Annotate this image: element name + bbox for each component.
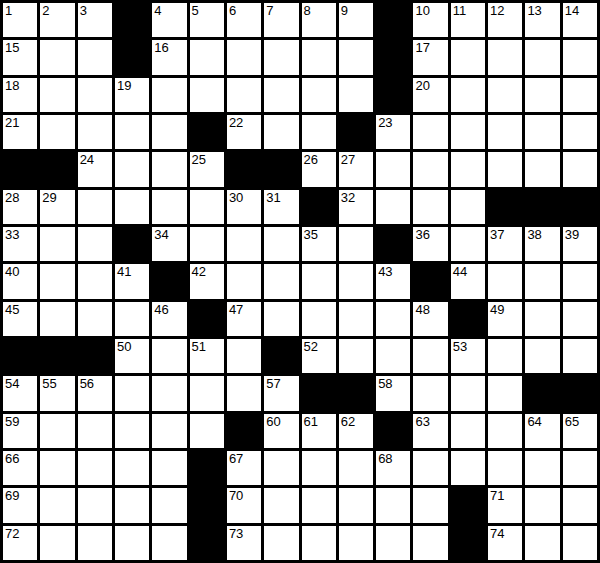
clue-number: 35 xyxy=(304,227,318,242)
cell-r2-c2[interactable] xyxy=(78,78,112,112)
cell-r12-c15[interactable] xyxy=(563,451,597,485)
cell-r9-c11[interactable] xyxy=(413,339,447,373)
clue-number: 17 xyxy=(415,40,429,55)
block-cell-r4-c0 xyxy=(3,152,37,186)
cell-r10-c10[interactable]: 58 xyxy=(376,376,410,410)
cell-r9-c4[interactable] xyxy=(152,339,186,373)
cell-r12-c8[interactable] xyxy=(302,451,336,485)
block-cell-r0-c10 xyxy=(376,3,410,37)
cell-r5-c10[interactable] xyxy=(376,190,410,224)
block-cell-r5-c8 xyxy=(302,190,336,224)
cell-r2-c7[interactable] xyxy=(264,78,298,112)
cell-r4-c4[interactable] xyxy=(152,152,186,186)
cell-r11-c15[interactable]: 65 xyxy=(563,414,597,448)
cell-r3-c11[interactable] xyxy=(413,115,447,149)
cell-r2-c4[interactable] xyxy=(152,78,186,112)
cell-r14-c8[interactable] xyxy=(302,526,336,560)
block-cell-r12-c5 xyxy=(190,451,224,485)
cell-r2-c14[interactable] xyxy=(525,78,559,112)
clue-number: 12 xyxy=(490,3,504,18)
cell-r2-c3[interactable]: 19 xyxy=(115,78,149,112)
cell-r11-c3[interactable] xyxy=(115,414,149,448)
cell-r4-c3[interactable] xyxy=(115,152,149,186)
cell-r12-c12[interactable] xyxy=(451,451,485,485)
cell-r13-c7[interactable] xyxy=(264,488,298,522)
cell-r1-c11[interactable]: 17 xyxy=(413,40,447,74)
cell-r7-c3[interactable]: 41 xyxy=(115,264,149,298)
cell-r5-c6[interactable]: 30 xyxy=(227,190,261,224)
cell-r0-c2[interactable]: 3 xyxy=(78,3,112,37)
cell-r8-c9[interactable] xyxy=(339,302,373,336)
clue-number: 31 xyxy=(266,190,280,205)
cell-r11-c0[interactable]: 59 xyxy=(3,414,37,448)
clue-number: 61 xyxy=(304,414,318,429)
cell-r8-c11[interactable]: 48 xyxy=(413,302,447,336)
clue-number: 25 xyxy=(192,152,206,167)
clue-number: 36 xyxy=(415,227,429,242)
block-cell-r6-c10 xyxy=(376,227,410,261)
cell-r0-c12[interactable]: 11 xyxy=(451,3,485,37)
cell-r14-c4[interactable] xyxy=(152,526,186,560)
cell-r12-c11[interactable] xyxy=(413,451,447,485)
cell-r0-c15[interactable]: 14 xyxy=(563,3,597,37)
block-cell-r2-c10 xyxy=(376,78,410,112)
cell-r5-c2[interactable] xyxy=(78,190,112,224)
cell-r13-c9[interactable] xyxy=(339,488,373,522)
cell-r10-c3[interactable] xyxy=(115,376,149,410)
clue-number: 9 xyxy=(341,3,348,18)
block-cell-r8-c5 xyxy=(190,302,224,336)
cell-r5-c1[interactable]: 29 xyxy=(40,190,74,224)
cell-r14-c7[interactable] xyxy=(264,526,298,560)
clue-number: 51 xyxy=(192,339,206,354)
cell-r9-c6[interactable] xyxy=(227,339,261,373)
cell-r2-c1[interactable] xyxy=(40,78,74,112)
cell-r12-c0[interactable]: 66 xyxy=(3,451,37,485)
cell-r9-c10[interactable] xyxy=(376,339,410,373)
cell-r6-c15[interactable]: 39 xyxy=(563,227,597,261)
cell-r12-c1[interactable] xyxy=(40,451,74,485)
block-cell-r5-c13 xyxy=(488,190,522,224)
cell-r0-c9[interactable]: 9 xyxy=(339,3,373,37)
cell-r10-c2[interactable]: 56 xyxy=(78,376,112,410)
cell-r12-c10[interactable]: 68 xyxy=(376,451,410,485)
cell-r6-c11[interactable]: 36 xyxy=(413,227,447,261)
cell-r12-c14[interactable] xyxy=(525,451,559,485)
cell-r3-c3[interactable] xyxy=(115,115,149,149)
cell-r8-c6[interactable]: 47 xyxy=(227,302,261,336)
cell-r1-c13[interactable] xyxy=(488,40,522,74)
cell-r6-c4[interactable]: 34 xyxy=(152,227,186,261)
cell-r7-c15[interactable] xyxy=(563,264,597,298)
cell-r8-c4[interactable]: 46 xyxy=(152,302,186,336)
cell-r9-c5[interactable]: 51 xyxy=(190,339,224,373)
cell-r1-c4[interactable]: 16 xyxy=(152,40,186,74)
cell-r13-c11[interactable] xyxy=(413,488,447,522)
cell-r0-c6[interactable]: 6 xyxy=(227,3,261,37)
clue-number: 13 xyxy=(527,3,541,18)
cell-r11-c4[interactable] xyxy=(152,414,186,448)
clue-number: 63 xyxy=(415,414,429,429)
cell-r7-c1[interactable] xyxy=(40,264,74,298)
cell-r3-c15[interactable] xyxy=(563,115,597,149)
clue-number: 73 xyxy=(229,526,243,541)
clue-number: 55 xyxy=(42,376,56,391)
cell-r7-c14[interactable] xyxy=(525,264,559,298)
cell-r3-c14[interactable] xyxy=(525,115,559,149)
cell-r3-c13[interactable] xyxy=(488,115,522,149)
cell-r9-c12[interactable]: 53 xyxy=(451,339,485,373)
cell-r12-c2[interactable] xyxy=(78,451,112,485)
clue-number: 16 xyxy=(154,40,168,55)
block-cell-r5-c15 xyxy=(563,190,597,224)
cell-r5-c4[interactable] xyxy=(152,190,186,224)
cell-r11-c13[interactable] xyxy=(488,414,522,448)
cell-r14-c2[interactable] xyxy=(78,526,112,560)
cell-r0-c0[interactable]: 1 xyxy=(3,3,37,37)
cell-r8-c1[interactable] xyxy=(40,302,74,336)
cell-r3-c8[interactable] xyxy=(302,115,336,149)
clue-number: 56 xyxy=(80,376,94,391)
cell-r5-c9[interactable]: 32 xyxy=(339,190,373,224)
cell-r0-c4[interactable]: 4 xyxy=(152,3,186,37)
cell-r6-c5[interactable] xyxy=(190,227,224,261)
cell-r11-c1[interactable] xyxy=(40,414,74,448)
clue-number: 3 xyxy=(80,3,87,18)
cell-r8-c14[interactable] xyxy=(525,302,559,336)
cell-r6-c9[interactable] xyxy=(339,227,373,261)
cell-r4-c9[interactable]: 27 xyxy=(339,152,373,186)
cell-r7-c13[interactable] xyxy=(488,264,522,298)
clue-number: 62 xyxy=(341,414,355,429)
clue-number: 14 xyxy=(565,3,579,18)
clue-number: 57 xyxy=(266,376,280,391)
cell-r8-c2[interactable] xyxy=(78,302,112,336)
cell-r13-c0[interactable]: 69 xyxy=(3,488,37,522)
cell-r3-c4[interactable] xyxy=(152,115,186,149)
block-cell-r11-c6 xyxy=(227,414,261,448)
cell-r10-c0[interactable]: 54 xyxy=(3,376,37,410)
cell-r13-c13[interactable]: 71 xyxy=(488,488,522,522)
clue-number: 59 xyxy=(5,414,19,429)
cell-r2-c13[interactable] xyxy=(488,78,522,112)
clue-number: 1 xyxy=(5,3,12,18)
cell-r12-c13[interactable] xyxy=(488,451,522,485)
cell-r13-c4[interactable] xyxy=(152,488,186,522)
block-cell-r9-c7 xyxy=(264,339,298,373)
block-cell-r3-c5 xyxy=(190,115,224,149)
clue-number: 49 xyxy=(490,302,504,317)
cell-r14-c15[interactable] xyxy=(563,526,597,560)
cell-r12-c6[interactable]: 67 xyxy=(227,451,261,485)
clue-number: 22 xyxy=(229,115,243,130)
cell-r11-c5[interactable] xyxy=(190,414,224,448)
clue-number: 18 xyxy=(5,78,19,93)
cell-r6-c13[interactable]: 37 xyxy=(488,227,522,261)
clue-number: 6 xyxy=(229,3,236,18)
clue-number: 2 xyxy=(42,3,49,18)
cell-r10-c4[interactable] xyxy=(152,376,186,410)
cell-r3-c6[interactable]: 22 xyxy=(227,115,261,149)
cell-r9-c15[interactable] xyxy=(563,339,597,373)
cell-r1-c0[interactable]: 15 xyxy=(3,40,37,74)
clue-number: 28 xyxy=(5,190,19,205)
cell-r6-c2[interactable] xyxy=(78,227,112,261)
clue-number: 66 xyxy=(5,451,19,466)
cell-r4-c5[interactable]: 25 xyxy=(190,152,224,186)
cell-r10-c1[interactable]: 55 xyxy=(40,376,74,410)
clue-number: 70 xyxy=(229,488,243,503)
cell-r10-c7[interactable]: 57 xyxy=(264,376,298,410)
cell-r8-c15[interactable] xyxy=(563,302,597,336)
cell-r14-c14[interactable] xyxy=(525,526,559,560)
cell-r2-c6[interactable] xyxy=(227,78,261,112)
cell-r11-c2[interactable] xyxy=(78,414,112,448)
cell-r14-c0[interactable]: 72 xyxy=(3,526,37,560)
clue-number: 45 xyxy=(5,302,19,317)
clue-number: 69 xyxy=(5,488,19,503)
clue-number: 44 xyxy=(453,264,467,279)
cell-r6-c14[interactable]: 38 xyxy=(525,227,559,261)
cell-r1-c5[interactable] xyxy=(190,40,224,74)
cell-r4-c11[interactable] xyxy=(413,152,447,186)
clue-number: 23 xyxy=(378,115,392,130)
cell-r4-c8[interactable]: 26 xyxy=(302,152,336,186)
cell-r0-c13[interactable]: 12 xyxy=(488,3,522,37)
cell-r11-c12[interactable] xyxy=(451,414,485,448)
cell-r13-c1[interactable] xyxy=(40,488,74,522)
cell-r7-c7[interactable] xyxy=(264,264,298,298)
block-cell-r10-c15 xyxy=(563,376,597,410)
cell-r6-c6[interactable] xyxy=(227,227,261,261)
block-cell-r14-c5 xyxy=(190,526,224,560)
cell-r12-c3[interactable] xyxy=(115,451,149,485)
cell-r8-c8[interactable] xyxy=(302,302,336,336)
clue-number: 41 xyxy=(117,264,131,279)
cell-r10-c6[interactable] xyxy=(227,376,261,410)
block-cell-r10-c8 xyxy=(302,376,336,410)
block-cell-r13-c5 xyxy=(190,488,224,522)
clue-number: 5 xyxy=(192,3,199,18)
cell-r1-c9[interactable] xyxy=(339,40,373,74)
clue-number: 29 xyxy=(42,190,56,205)
clue-number: 74 xyxy=(490,526,504,541)
cell-r13-c15[interactable] xyxy=(563,488,597,522)
clue-number: 58 xyxy=(378,376,392,391)
cell-r2-c11[interactable]: 20 xyxy=(413,78,447,112)
cell-r7-c9[interactable] xyxy=(339,264,373,298)
clue-number: 15 xyxy=(5,40,19,55)
clue-number: 68 xyxy=(378,451,392,466)
cell-r4-c2[interactable]: 24 xyxy=(78,152,112,186)
clue-number: 34 xyxy=(154,227,168,242)
block-cell-r13-c12 xyxy=(451,488,485,522)
clue-number: 46 xyxy=(154,302,168,317)
cell-r4-c12[interactable] xyxy=(451,152,485,186)
cell-r1-c2[interactable] xyxy=(78,40,112,74)
cell-r5-c11[interactable] xyxy=(413,190,447,224)
cell-r2-c5[interactable] xyxy=(190,78,224,112)
clue-number: 10 xyxy=(415,3,429,18)
cell-r9-c8[interactable]: 52 xyxy=(302,339,336,373)
clue-number: 67 xyxy=(229,451,243,466)
cell-r2-c12[interactable] xyxy=(451,78,485,112)
clue-number: 60 xyxy=(266,414,280,429)
clue-number: 39 xyxy=(565,227,579,242)
cell-r14-c3[interactable] xyxy=(115,526,149,560)
cell-r9-c3[interactable]: 50 xyxy=(115,339,149,373)
cell-r13-c3[interactable] xyxy=(115,488,149,522)
block-cell-r7-c11 xyxy=(413,264,447,298)
cell-r8-c13[interactable]: 49 xyxy=(488,302,522,336)
block-cell-r5-c14 xyxy=(525,190,559,224)
clue-number: 19 xyxy=(117,78,131,93)
cell-r14-c1[interactable] xyxy=(40,526,74,560)
cell-r10-c11[interactable] xyxy=(413,376,447,410)
cell-r8-c10[interactable] xyxy=(376,302,410,336)
cell-r0-c14[interactable]: 13 xyxy=(525,3,559,37)
clue-number: 64 xyxy=(527,414,541,429)
cell-r7-c12[interactable]: 44 xyxy=(451,264,485,298)
cell-r10-c13[interactable] xyxy=(488,376,522,410)
clue-number: 11 xyxy=(453,3,467,18)
clue-number: 20 xyxy=(415,78,429,93)
cell-r14-c6[interactable]: 73 xyxy=(227,526,261,560)
cell-r2-c0[interactable]: 18 xyxy=(3,78,37,112)
block-cell-r7-c4 xyxy=(152,264,186,298)
cell-r8-c0[interactable]: 45 xyxy=(3,302,37,336)
cell-r1-c1[interactable] xyxy=(40,40,74,74)
cell-r9-c13[interactable] xyxy=(488,339,522,373)
cell-r0-c11[interactable]: 10 xyxy=(413,3,447,37)
clue-number: 26 xyxy=(304,152,318,167)
block-cell-r4-c7 xyxy=(264,152,298,186)
clue-number: 54 xyxy=(5,376,19,391)
cell-r5-c3[interactable] xyxy=(115,190,149,224)
block-cell-r0-c3 xyxy=(115,3,149,37)
cell-r0-c5[interactable]: 5 xyxy=(190,3,224,37)
clue-number: 52 xyxy=(304,339,318,354)
block-cell-r11-c10 xyxy=(376,414,410,448)
clue-number: 65 xyxy=(565,414,579,429)
cell-r7-c8[interactable] xyxy=(302,264,336,298)
cell-r4-c15[interactable] xyxy=(563,152,597,186)
clue-number: 40 xyxy=(5,264,19,279)
clue-number: 72 xyxy=(5,526,19,541)
cell-r10-c12[interactable] xyxy=(451,376,485,410)
cell-r1-c7[interactable] xyxy=(264,40,298,74)
cell-r11-c9[interactable]: 62 xyxy=(339,414,373,448)
cell-r13-c2[interactable] xyxy=(78,488,112,522)
cell-r14-c9[interactable] xyxy=(339,526,373,560)
cell-r7-c6[interactable] xyxy=(227,264,261,298)
cell-r2-c9[interactable] xyxy=(339,78,373,112)
cell-r10-c5[interactable] xyxy=(190,376,224,410)
cell-r11-c8[interactable]: 61 xyxy=(302,414,336,448)
cell-r0-c7[interactable]: 7 xyxy=(264,3,298,37)
block-cell-r1-c3 xyxy=(115,40,149,74)
cell-r1-c14[interactable] xyxy=(525,40,559,74)
cell-r11-c7[interactable]: 60 xyxy=(264,414,298,448)
cell-r3-c1[interactable] xyxy=(40,115,74,149)
cell-r0-c8[interactable]: 8 xyxy=(302,3,336,37)
cell-r7-c5[interactable]: 42 xyxy=(190,264,224,298)
cell-r11-c14[interactable]: 64 xyxy=(525,414,559,448)
cell-r14-c11[interactable] xyxy=(413,526,447,560)
clue-number: 42 xyxy=(192,264,206,279)
cell-r11-c11[interactable]: 63 xyxy=(413,414,447,448)
cell-r9-c14[interactable] xyxy=(525,339,559,373)
clue-number: 4 xyxy=(154,3,161,18)
block-cell-r3-c9 xyxy=(339,115,373,149)
cell-r1-c12[interactable] xyxy=(451,40,485,74)
cell-r14-c13[interactable]: 74 xyxy=(488,526,522,560)
cell-r13-c14[interactable] xyxy=(525,488,559,522)
cell-r8-c7[interactable] xyxy=(264,302,298,336)
cell-r13-c10[interactable] xyxy=(376,488,410,522)
cell-r6-c0[interactable]: 33 xyxy=(3,227,37,261)
cell-r0-c1[interactable]: 2 xyxy=(40,3,74,37)
cell-r6-c12[interactable] xyxy=(451,227,485,261)
cell-r13-c6[interactable]: 70 xyxy=(227,488,261,522)
block-cell-r4-c6 xyxy=(227,152,261,186)
block-cell-r6-c3 xyxy=(115,227,149,261)
block-cell-r1-c10 xyxy=(376,40,410,74)
cell-r4-c10[interactable] xyxy=(376,152,410,186)
cell-r4-c14[interactable] xyxy=(525,152,559,186)
cell-r5-c0[interactable]: 28 xyxy=(3,190,37,224)
cell-r6-c1[interactable] xyxy=(40,227,74,261)
cell-r6-c8[interactable]: 35 xyxy=(302,227,336,261)
cell-r8-c3[interactable] xyxy=(115,302,149,336)
clue-number: 21 xyxy=(5,115,19,130)
clue-number: 71 xyxy=(490,488,504,503)
cell-r5-c5[interactable] xyxy=(190,190,224,224)
cell-r3-c0[interactable]: 21 xyxy=(3,115,37,149)
cell-r2-c15[interactable] xyxy=(563,78,597,112)
cell-r3-c10[interactable]: 23 xyxy=(376,115,410,149)
cell-r1-c8[interactable] xyxy=(302,40,336,74)
clue-number: 33 xyxy=(5,227,19,242)
cell-r13-c8[interactable] xyxy=(302,488,336,522)
cell-r7-c2[interactable] xyxy=(78,264,112,298)
cell-r5-c7[interactable]: 31 xyxy=(264,190,298,224)
cell-r9-c9[interactable] xyxy=(339,339,373,373)
block-cell-r14-c12 xyxy=(451,526,485,560)
block-cell-r9-c0 xyxy=(3,339,37,373)
cell-r5-c12[interactable] xyxy=(451,190,485,224)
block-cell-r10-c14 xyxy=(525,376,559,410)
cell-r12-c7[interactable] xyxy=(264,451,298,485)
clue-number: 37 xyxy=(490,227,504,242)
cell-r3-c7[interactable] xyxy=(264,115,298,149)
cell-r3-c2[interactable] xyxy=(78,115,112,149)
cell-r7-c10[interactable]: 43 xyxy=(376,264,410,298)
cell-r12-c9[interactable] xyxy=(339,451,373,485)
block-cell-r8-c12 xyxy=(451,302,485,336)
cell-r14-c10[interactable] xyxy=(376,526,410,560)
cell-r2-c8[interactable] xyxy=(302,78,336,112)
cell-r7-c0[interactable]: 40 xyxy=(3,264,37,298)
clue-number: 32 xyxy=(341,190,355,205)
clue-number: 8 xyxy=(304,3,311,18)
cell-r1-c15[interactable] xyxy=(563,40,597,74)
cell-r4-c13[interactable] xyxy=(488,152,522,186)
cell-r12-c4[interactable] xyxy=(152,451,186,485)
cell-r3-c12[interactable] xyxy=(451,115,485,149)
cell-r1-c6[interactable] xyxy=(227,40,261,74)
cell-r6-c7[interactable] xyxy=(264,227,298,261)
